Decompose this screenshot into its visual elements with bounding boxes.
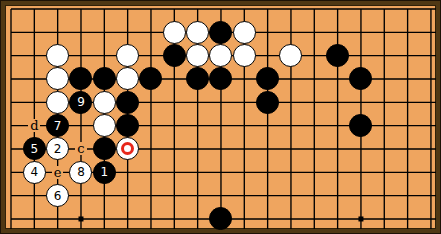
stone-move-number: 2 (54, 143, 62, 155)
point-label-e: e (52, 166, 64, 179)
black-stone (209, 21, 232, 44)
stone-move-number: 7 (54, 120, 62, 132)
black-stone-9: 9 (69, 91, 92, 114)
point-label-d: d (28, 119, 40, 132)
black-stone (209, 207, 232, 230)
white-stone (233, 44, 256, 67)
white-stone-8: 8 (69, 161, 92, 184)
black-stone (93, 67, 116, 90)
black-stone (186, 67, 209, 90)
white-stone (233, 21, 256, 44)
white-stone (46, 44, 69, 67)
white-stone (279, 44, 302, 67)
board-grid: 97524816dce (0, 0, 441, 231)
go-board-diagram: 97524816dce (0, 0, 441, 234)
black-stone (93, 137, 116, 160)
white-stone (186, 21, 209, 44)
white-stone (46, 67, 69, 90)
black-stone (349, 114, 372, 137)
white-stone (116, 44, 139, 67)
white-stone (93, 91, 116, 114)
stone-move-number: 8 (77, 166, 85, 178)
black-stone-1: 1 (93, 161, 116, 184)
stone-move-number: 5 (30, 143, 38, 155)
point-label-c: c (75, 142, 86, 155)
red-circle-marker (121, 142, 134, 155)
white-stone-marked (116, 137, 139, 160)
black-stone (209, 67, 232, 90)
white-stone-6: 6 (46, 184, 69, 207)
white-stone (46, 91, 69, 114)
white-stone-4: 4 (23, 161, 46, 184)
black-stone (139, 67, 162, 90)
black-stone (256, 67, 279, 90)
black-stone (163, 44, 186, 67)
black-stone (116, 91, 139, 114)
black-stone (116, 114, 139, 137)
stone-move-number: 4 (30, 166, 38, 178)
black-stone-5: 5 (23, 137, 46, 160)
white-stone (163, 21, 186, 44)
black-stone (326, 44, 349, 67)
white-stone (93, 114, 116, 137)
black-stone (256, 91, 279, 114)
white-stone (186, 44, 209, 67)
white-stone-2: 2 (46, 137, 69, 160)
white-stone (209, 44, 232, 67)
black-stone (69, 67, 92, 90)
white-stone (116, 67, 139, 90)
stone-move-number: 6 (54, 190, 62, 202)
black-stone-7: 7 (46, 114, 69, 137)
stone-move-number: 9 (77, 96, 85, 108)
black-stone (349, 67, 372, 90)
stone-move-number: 1 (100, 166, 108, 178)
